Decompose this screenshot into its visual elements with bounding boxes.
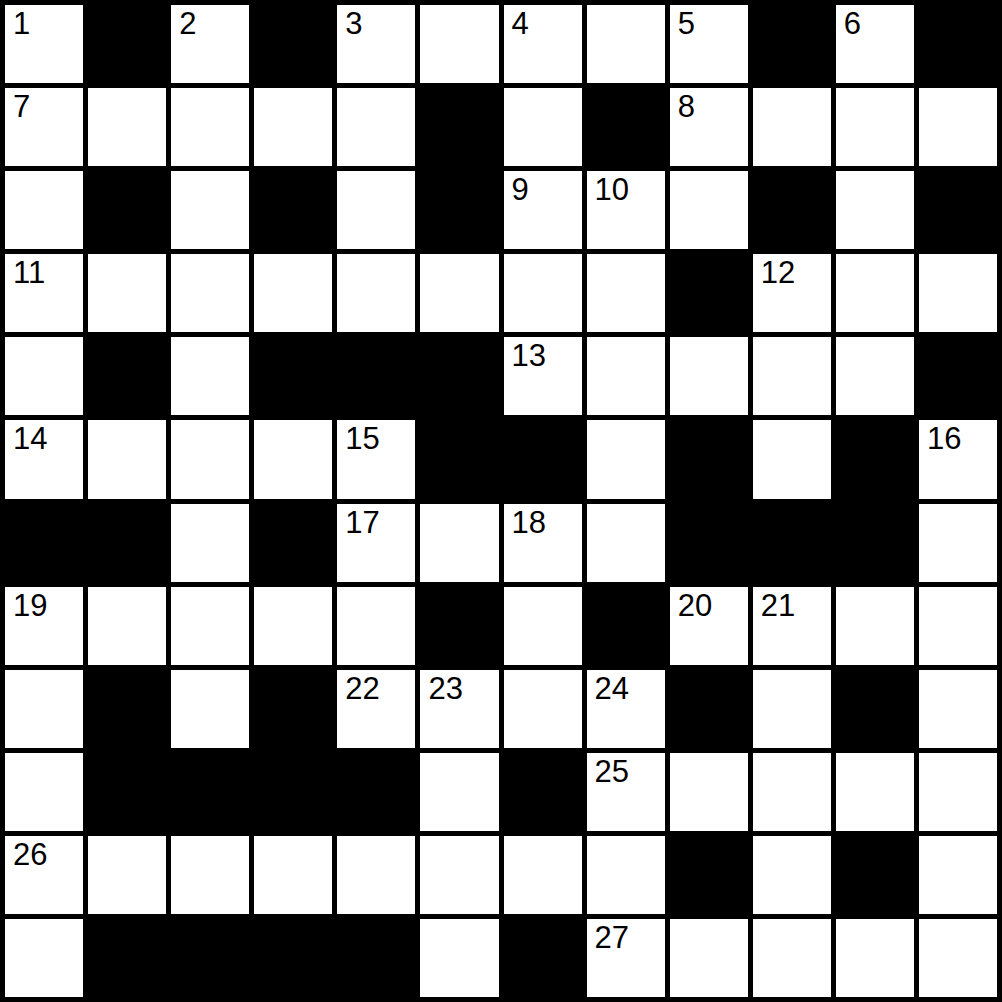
white-cell-r5c9[interactable] xyxy=(753,420,831,498)
white-cell-r1c2[interactable] xyxy=(171,88,249,166)
white-cell-r1c8[interactable]: 8 xyxy=(670,88,748,166)
black-cell-r7c5 xyxy=(420,587,498,665)
clue-number-25: 25 xyxy=(595,756,629,787)
white-cell-r5c11[interactable]: 16 xyxy=(919,420,997,498)
clue-number-15: 15 xyxy=(345,423,379,454)
white-cell-r3c6[interactable] xyxy=(504,254,582,332)
black-cell-r0c1 xyxy=(88,5,166,83)
white-cell-r8c2[interactable] xyxy=(171,670,249,748)
white-cell-r7c6[interactable] xyxy=(504,587,582,665)
white-cell-r10c7[interactable] xyxy=(587,836,665,914)
clue-number-4: 4 xyxy=(512,8,529,39)
black-cell-r5c10 xyxy=(836,420,914,498)
clue-number-18: 18 xyxy=(512,507,546,538)
white-cell-r7c1[interactable] xyxy=(88,587,166,665)
white-cell-r2c4[interactable] xyxy=(337,171,415,249)
white-cell-r10c9[interactable] xyxy=(753,836,831,914)
white-cell-r3c10[interactable] xyxy=(836,254,914,332)
clue-number-22: 22 xyxy=(345,673,379,704)
black-cell-r11c3 xyxy=(254,919,332,997)
clue-number-27: 27 xyxy=(595,922,629,953)
black-cell-r7c7 xyxy=(587,587,665,665)
white-cell-r5c0[interactable]: 14 xyxy=(5,420,83,498)
black-cell-r2c5 xyxy=(420,171,498,249)
white-cell-r9c7[interactable]: 25 xyxy=(587,753,665,831)
clue-number-17: 17 xyxy=(345,507,379,538)
white-cell-r4c2[interactable] xyxy=(171,337,249,415)
white-cell-r5c3[interactable] xyxy=(254,420,332,498)
black-cell-r2c1 xyxy=(88,171,166,249)
black-cell-r11c4 xyxy=(337,919,415,997)
black-cell-r6c0 xyxy=(5,504,83,582)
white-cell-r3c0[interactable]: 11 xyxy=(5,254,83,332)
clue-number-24: 24 xyxy=(595,673,629,704)
black-cell-r5c8 xyxy=(670,420,748,498)
white-cell-r3c9[interactable]: 12 xyxy=(753,254,831,332)
white-cell-r7c4[interactable] xyxy=(337,587,415,665)
black-cell-r5c6 xyxy=(504,420,582,498)
white-cell-r1c6[interactable] xyxy=(504,88,582,166)
clue-number-1: 1 xyxy=(13,8,30,39)
white-cell-r9c11[interactable] xyxy=(919,753,997,831)
white-cell-r2c6[interactable]: 9 xyxy=(504,171,582,249)
white-cell-r1c9[interactable] xyxy=(753,88,831,166)
white-cell-r10c11[interactable] xyxy=(919,836,997,914)
white-cell-r7c11[interactable] xyxy=(919,587,997,665)
white-cell-r5c7[interactable] xyxy=(587,420,665,498)
black-cell-r4c3 xyxy=(254,337,332,415)
black-cell-r8c1 xyxy=(88,670,166,748)
white-cell-r4c8[interactable] xyxy=(670,337,748,415)
white-cell-r8c5[interactable]: 23 xyxy=(420,670,498,748)
white-cell-r10c1[interactable] xyxy=(88,836,166,914)
black-cell-r6c9 xyxy=(753,504,831,582)
white-cell-r3c4[interactable] xyxy=(337,254,415,332)
black-cell-r8c10 xyxy=(836,670,914,748)
white-cell-r3c7[interactable] xyxy=(587,254,665,332)
white-cell-r1c3[interactable] xyxy=(254,88,332,166)
white-cell-r0c0[interactable]: 1 xyxy=(5,5,83,83)
black-cell-r0c11 xyxy=(919,5,997,83)
white-cell-r6c2[interactable] xyxy=(171,504,249,582)
clue-number-14: 14 xyxy=(13,423,47,454)
clue-number-9: 9 xyxy=(512,174,529,205)
clue-number-16: 16 xyxy=(927,423,961,454)
white-cell-r8c6[interactable] xyxy=(504,670,582,748)
white-cell-r9c5[interactable] xyxy=(420,753,498,831)
white-cell-r8c9[interactable] xyxy=(753,670,831,748)
white-cell-r1c4[interactable] xyxy=(337,88,415,166)
white-cell-r7c2[interactable] xyxy=(171,587,249,665)
black-cell-r8c8 xyxy=(670,670,748,748)
black-cell-r10c10 xyxy=(836,836,914,914)
black-cell-r4c4 xyxy=(337,337,415,415)
white-cell-r0c7[interactable] xyxy=(587,5,665,83)
white-cell-r11c11[interactable] xyxy=(919,919,997,997)
white-cell-r10c6[interactable] xyxy=(504,836,582,914)
black-cell-r2c3 xyxy=(254,171,332,249)
white-cell-r11c5[interactable] xyxy=(420,919,498,997)
black-cell-r9c2 xyxy=(171,753,249,831)
black-cell-r3c8 xyxy=(670,254,748,332)
white-cell-r10c4[interactable] xyxy=(337,836,415,914)
clue-number-6: 6 xyxy=(844,8,861,39)
black-cell-r1c7 xyxy=(587,88,665,166)
clue-number-13: 13 xyxy=(512,340,546,371)
black-cell-r0c9 xyxy=(753,5,831,83)
white-cell-r2c7[interactable]: 10 xyxy=(587,171,665,249)
black-cell-r0c3 xyxy=(254,5,332,83)
white-cell-r7c9[interactable]: 21 xyxy=(753,587,831,665)
black-cell-r9c3 xyxy=(254,753,332,831)
white-cell-r2c8[interactable] xyxy=(670,171,748,249)
black-cell-r9c1 xyxy=(88,753,166,831)
white-cell-r3c11[interactable] xyxy=(919,254,997,332)
black-cell-r9c4 xyxy=(337,753,415,831)
black-cell-r4c11 xyxy=(919,337,997,415)
white-cell-r0c6[interactable]: 4 xyxy=(504,5,582,83)
white-cell-r6c7[interactable] xyxy=(587,504,665,582)
clue-number-3: 3 xyxy=(345,8,362,39)
clue-number-2: 2 xyxy=(179,8,196,39)
white-cell-r1c1[interactable] xyxy=(88,88,166,166)
white-cell-r2c10[interactable] xyxy=(836,171,914,249)
white-cell-r7c10[interactable] xyxy=(836,587,914,665)
white-cell-r6c4[interactable]: 17 xyxy=(337,504,415,582)
white-cell-r8c4[interactable]: 22 xyxy=(337,670,415,748)
white-cell-r4c7[interactable] xyxy=(587,337,665,415)
white-cell-r6c6[interactable]: 18 xyxy=(504,504,582,582)
white-cell-r8c0[interactable] xyxy=(5,670,83,748)
clue-number-10: 10 xyxy=(595,174,629,205)
white-cell-r5c2[interactable] xyxy=(171,420,249,498)
black-cell-r5c5 xyxy=(420,420,498,498)
white-cell-r9c9[interactable] xyxy=(753,753,831,831)
white-cell-r6c11[interactable] xyxy=(919,504,997,582)
black-cell-r6c1 xyxy=(88,504,166,582)
white-cell-r8c11[interactable] xyxy=(919,670,997,748)
black-cell-r9c6 xyxy=(504,753,582,831)
white-cell-r11c9[interactable] xyxy=(753,919,831,997)
white-cell-r10c5[interactable] xyxy=(420,836,498,914)
white-cell-r11c0[interactable] xyxy=(5,919,83,997)
white-cell-r11c7[interactable]: 27 xyxy=(587,919,665,997)
black-cell-r2c9 xyxy=(753,171,831,249)
white-cell-r3c1[interactable] xyxy=(88,254,166,332)
white-cell-r7c3[interactable] xyxy=(254,587,332,665)
black-cell-r6c10 xyxy=(836,504,914,582)
black-cell-r11c6 xyxy=(504,919,582,997)
clue-number-26: 26 xyxy=(13,839,47,870)
black-cell-r4c5 xyxy=(420,337,498,415)
clue-number-11: 11 xyxy=(13,257,45,288)
crossword-board: 1234567891011121314151617181920212223242… xyxy=(0,0,1002,1002)
white-cell-r3c3[interactable] xyxy=(254,254,332,332)
white-cell-r5c1[interactable] xyxy=(88,420,166,498)
clue-number-8: 8 xyxy=(678,91,695,122)
white-cell-r9c0[interactable] xyxy=(5,753,83,831)
clue-number-7: 7 xyxy=(13,91,30,122)
white-cell-r10c2[interactable] xyxy=(171,836,249,914)
black-cell-r10c8 xyxy=(670,836,748,914)
black-cell-r2c11 xyxy=(919,171,997,249)
white-cell-r9c8[interactable] xyxy=(670,753,748,831)
white-cell-r10c3[interactable] xyxy=(254,836,332,914)
white-cell-r4c0[interactable] xyxy=(5,337,83,415)
black-cell-r4c1 xyxy=(88,337,166,415)
white-cell-r5c4[interactable]: 15 xyxy=(337,420,415,498)
clue-number-12: 12 xyxy=(761,257,795,288)
white-cell-r1c10[interactable] xyxy=(836,88,914,166)
white-cell-r0c4[interactable]: 3 xyxy=(337,5,415,83)
white-cell-r1c0[interactable]: 7 xyxy=(5,88,83,166)
white-cell-r4c9[interactable] xyxy=(753,337,831,415)
clue-number-20: 20 xyxy=(678,590,712,621)
black-cell-r8c3 xyxy=(254,670,332,748)
white-cell-r10c0[interactable]: 26 xyxy=(5,836,83,914)
white-cell-r3c5[interactable] xyxy=(420,254,498,332)
white-cell-r2c0[interactable] xyxy=(5,171,83,249)
clue-number-5: 5 xyxy=(678,8,695,39)
white-cell-r2c2[interactable] xyxy=(171,171,249,249)
black-cell-r11c2 xyxy=(171,919,249,997)
white-cell-r3c2[interactable] xyxy=(171,254,249,332)
white-cell-r4c6[interactable]: 13 xyxy=(504,337,582,415)
white-cell-r0c10[interactable]: 6 xyxy=(836,5,914,83)
clue-number-21: 21 xyxy=(761,590,795,621)
white-cell-r7c0[interactable]: 19 xyxy=(5,587,83,665)
white-cell-r1c11[interactable] xyxy=(919,88,997,166)
white-cell-r8c7[interactable]: 24 xyxy=(587,670,665,748)
white-cell-r0c5[interactable] xyxy=(420,5,498,83)
black-cell-r11c1 xyxy=(88,919,166,997)
white-cell-r11c8[interactable] xyxy=(670,919,748,997)
white-cell-r6c5[interactable] xyxy=(420,504,498,582)
white-cell-r11c10[interactable] xyxy=(836,919,914,997)
black-cell-r1c5 xyxy=(420,88,498,166)
white-cell-r9c10[interactable] xyxy=(836,753,914,831)
black-cell-r6c8 xyxy=(670,504,748,582)
white-cell-r0c8[interactable]: 5 xyxy=(670,5,748,83)
clue-number-23: 23 xyxy=(428,673,462,704)
clue-number-19: 19 xyxy=(13,590,47,621)
white-cell-r0c2[interactable]: 2 xyxy=(171,5,249,83)
white-cell-r4c10[interactable] xyxy=(836,337,914,415)
white-cell-r7c8[interactable]: 20 xyxy=(670,587,748,665)
black-cell-r6c3 xyxy=(254,504,332,582)
